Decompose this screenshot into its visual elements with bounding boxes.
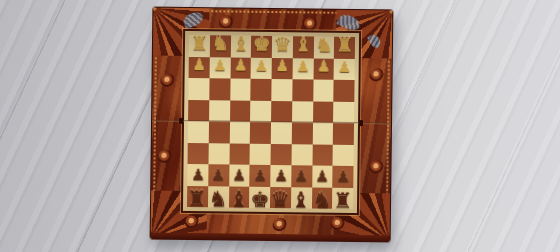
piece-white-pawn[interactable]: ♟	[338, 60, 352, 75]
square-d1[interactable]: ♛	[272, 36, 293, 58]
square-a4[interactable]	[333, 101, 354, 123]
piece-white-bishop[interactable]: ♝	[232, 33, 250, 53]
piece-black-knight[interactable]: ♞	[208, 188, 228, 210]
square-d2[interactable]: ♟	[272, 57, 293, 79]
square-g3[interactable]	[209, 78, 230, 100]
square-b6[interactable]	[312, 144, 333, 166]
piece-white-pawn[interactable]: ♟	[234, 58, 248, 73]
square-h8[interactable]: ♜	[187, 185, 208, 207]
carved-boss-icon	[273, 218, 288, 233]
piece-black-bishop[interactable]: ♝	[229, 188, 249, 210]
feather-carving-icon	[182, 10, 205, 29]
square-f6[interactable]	[229, 143, 250, 165]
carved-boss-icon	[219, 15, 234, 30]
square-b8[interactable]: ♞	[311, 187, 332, 209]
carved-boss-icon	[370, 68, 385, 83]
square-e4[interactable]	[250, 100, 271, 122]
piece-black-king[interactable]: ♚	[250, 188, 270, 210]
square-f1[interactable]: ♝	[230, 35, 251, 57]
piece-white-knight[interactable]: ♞	[211, 33, 229, 53]
piece-white-pawn[interactable]: ♟	[192, 58, 206, 73]
piece-black-rook[interactable]: ♜	[333, 189, 353, 211]
square-d6[interactable]	[271, 143, 292, 165]
piece-black-rook[interactable]: ♜	[188, 187, 208, 209]
square-e3[interactable]	[251, 79, 272, 101]
square-b1[interactable]: ♞	[313, 37, 334, 59]
piece-black-pawn[interactable]: ♟	[336, 170, 350, 186]
square-d7[interactable]: ♟	[270, 165, 291, 187]
square-e8[interactable]: ♚	[249, 186, 270, 208]
square-e5[interactable]	[250, 122, 271, 144]
square-c4[interactable]	[292, 101, 313, 123]
square-a2[interactable]: ♟	[334, 58, 355, 80]
square-h4[interactable]	[188, 99, 209, 121]
carved-boss-icon	[158, 150, 173, 165]
square-g7[interactable]: ♟	[208, 164, 229, 186]
square-c6[interactable]	[291, 144, 312, 166]
square-g2[interactable]: ♟	[209, 57, 230, 79]
carved-boss-icon	[303, 17, 318, 32]
square-g5[interactable]	[209, 121, 230, 143]
square-h1[interactable]: ♜	[189, 35, 210, 57]
piece-white-rook[interactable]: ♜	[190, 33, 208, 53]
square-a7[interactable]: ♟	[332, 166, 353, 188]
square-g4[interactable]	[209, 100, 230, 122]
piece-black-pawn[interactable]: ♟	[274, 169, 288, 185]
carved-boss-icon	[185, 215, 200, 230]
carved-boss-icon	[160, 74, 175, 89]
square-g8[interactable]: ♞	[208, 186, 229, 208]
square-b7[interactable]: ♟	[312, 165, 333, 187]
hinge-left	[179, 118, 183, 124]
piece-white-pawn[interactable]: ♟	[213, 58, 227, 73]
piece-black-pawn[interactable]: ♟	[253, 169, 267, 185]
square-a6[interactable]	[333, 144, 354, 166]
square-c5[interactable]	[292, 122, 313, 144]
square-d4[interactable]	[271, 100, 292, 122]
square-c3[interactable]	[292, 79, 313, 101]
square-f8[interactable]: ♝	[228, 186, 249, 208]
square-c8[interactable]: ♝	[291, 187, 312, 209]
piece-black-bishop[interactable]: ♝	[291, 189, 311, 211]
square-d3[interactable]	[271, 79, 292, 101]
carved-boss-icon	[331, 217, 346, 232]
square-f5[interactable]	[229, 121, 250, 143]
board-surface: ♜♞♝♚♛♝♞♜♟♟♟♟♟♟♟♟♟♟♟♟♟♟♟♟♜♞♝♚♛♝♞♜	[183, 31, 359, 213]
square-f7[interactable]: ♟	[229, 164, 250, 186]
piece-black-pawn[interactable]: ♟	[315, 169, 329, 185]
square-a5[interactable]	[333, 123, 354, 145]
square-h6[interactable]	[188, 142, 209, 164]
square-a1[interactable]: ♜	[334, 37, 355, 59]
piece-white-queen[interactable]: ♛	[273, 34, 291, 54]
square-b2[interactable]: ♟	[313, 58, 334, 80]
chess-grid: ♜♞♝♚♛♝♞♜♟♟♟♟♟♟♟♟♟♟♟♟♟♟♟♟♜♞♝♚♛♝♞♜	[187, 35, 355, 209]
square-f3[interactable]	[230, 78, 251, 100]
square-f4[interactable]	[230, 100, 251, 122]
square-c2[interactable]: ♟	[292, 58, 313, 80]
piece-white-pawn[interactable]: ♟	[317, 59, 331, 74]
piece-black-pawn[interactable]: ♟	[191, 168, 205, 184]
square-c1[interactable]: ♝	[293, 36, 314, 58]
piece-black-pawn[interactable]: ♟	[232, 168, 246, 184]
square-f2[interactable]: ♟	[230, 57, 251, 79]
square-h5[interactable]	[188, 121, 209, 143]
hinge-right	[359, 120, 363, 126]
carved-boss-icon	[369, 160, 384, 175]
square-d5[interactable]	[271, 122, 292, 144]
piece-white-pawn[interactable]: ♟	[255, 59, 269, 74]
piece-black-knight[interactable]: ♞	[312, 189, 332, 211]
feather-carving-icon	[337, 12, 362, 33]
piece-white-king[interactable]: ♚	[253, 34, 271, 54]
square-g6[interactable]	[208, 143, 229, 165]
piece-white-rook[interactable]: ♜	[336, 35, 354, 55]
piece-white-bishop[interactable]: ♝	[294, 34, 312, 54]
square-e1[interactable]: ♚	[251, 36, 272, 58]
square-h7[interactable]: ♟	[187, 164, 208, 186]
square-d8[interactable]: ♛	[270, 186, 291, 208]
piece-white-pawn[interactable]: ♟	[275, 59, 289, 74]
square-b4[interactable]	[313, 101, 334, 123]
square-c7[interactable]: ♟	[291, 165, 312, 187]
square-b3[interactable]	[313, 80, 334, 102]
feather-carving-icon	[367, 33, 383, 50]
square-e7[interactable]: ♟	[249, 165, 270, 187]
piece-black-pawn[interactable]: ♟	[294, 169, 308, 185]
square-g1[interactable]: ♞	[210, 35, 231, 57]
square-h2[interactable]: ♟	[189, 56, 210, 78]
chess-board-box: ♜♞♝♚♛♝♞♜♟♟♟♟♟♟♟♟♟♟♟♟♟♟♟♟♜♞♝♚♛♝♞♜	[150, 7, 394, 243]
square-a8[interactable]: ♜	[332, 187, 353, 209]
square-e6[interactable]	[250, 143, 271, 165]
square-a3[interactable]	[334, 80, 355, 102]
piece-white-knight[interactable]: ♞	[315, 34, 333, 54]
piece-black-queen[interactable]: ♛	[271, 188, 291, 210]
piece-black-pawn[interactable]: ♟	[211, 168, 225, 184]
piece-white-pawn[interactable]: ♟	[296, 59, 310, 74]
square-b5[interactable]	[312, 123, 333, 145]
square-h3[interactable]	[188, 78, 209, 100]
square-e2[interactable]: ♟	[251, 57, 272, 79]
